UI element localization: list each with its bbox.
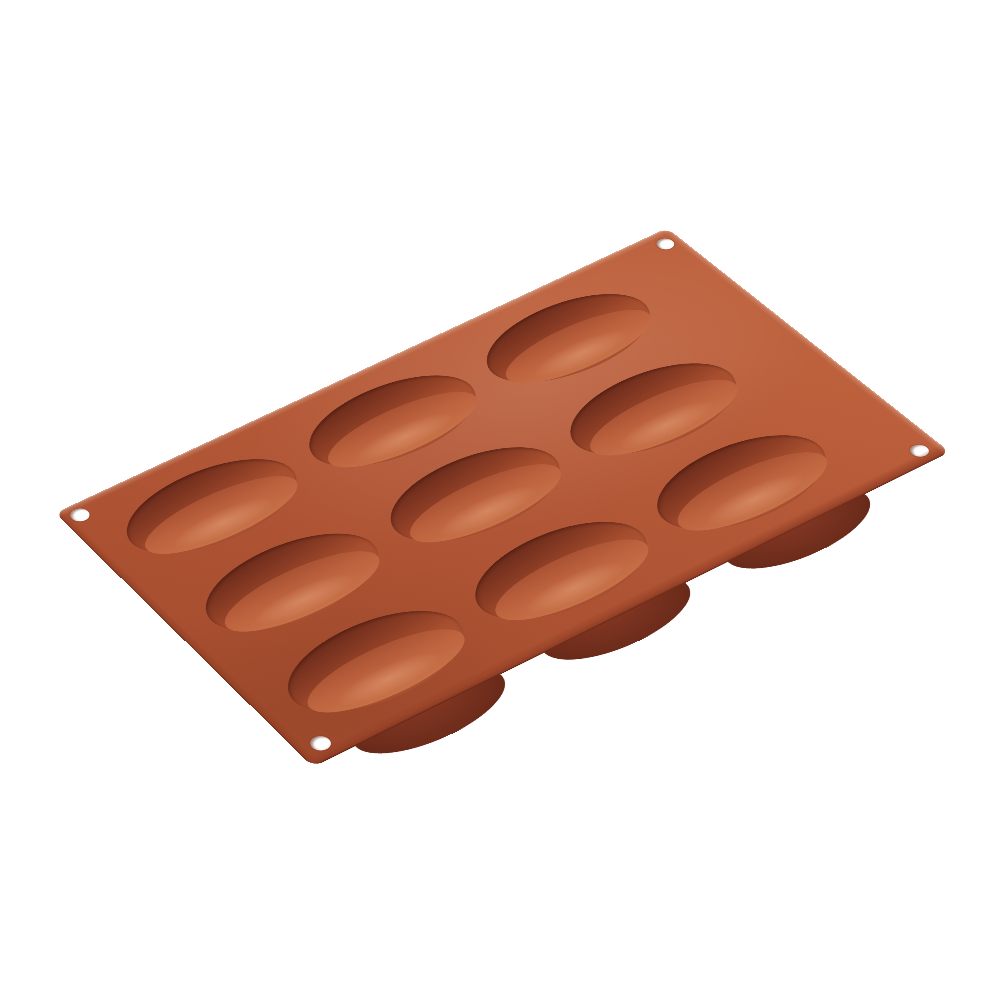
mold-transform-wrap [55,228,950,767]
product-photo [0,0,1000,1000]
corner-hole [906,442,933,459]
corner-hole [653,236,678,251]
corner-hole [305,733,334,753]
corner-hole [66,506,93,524]
